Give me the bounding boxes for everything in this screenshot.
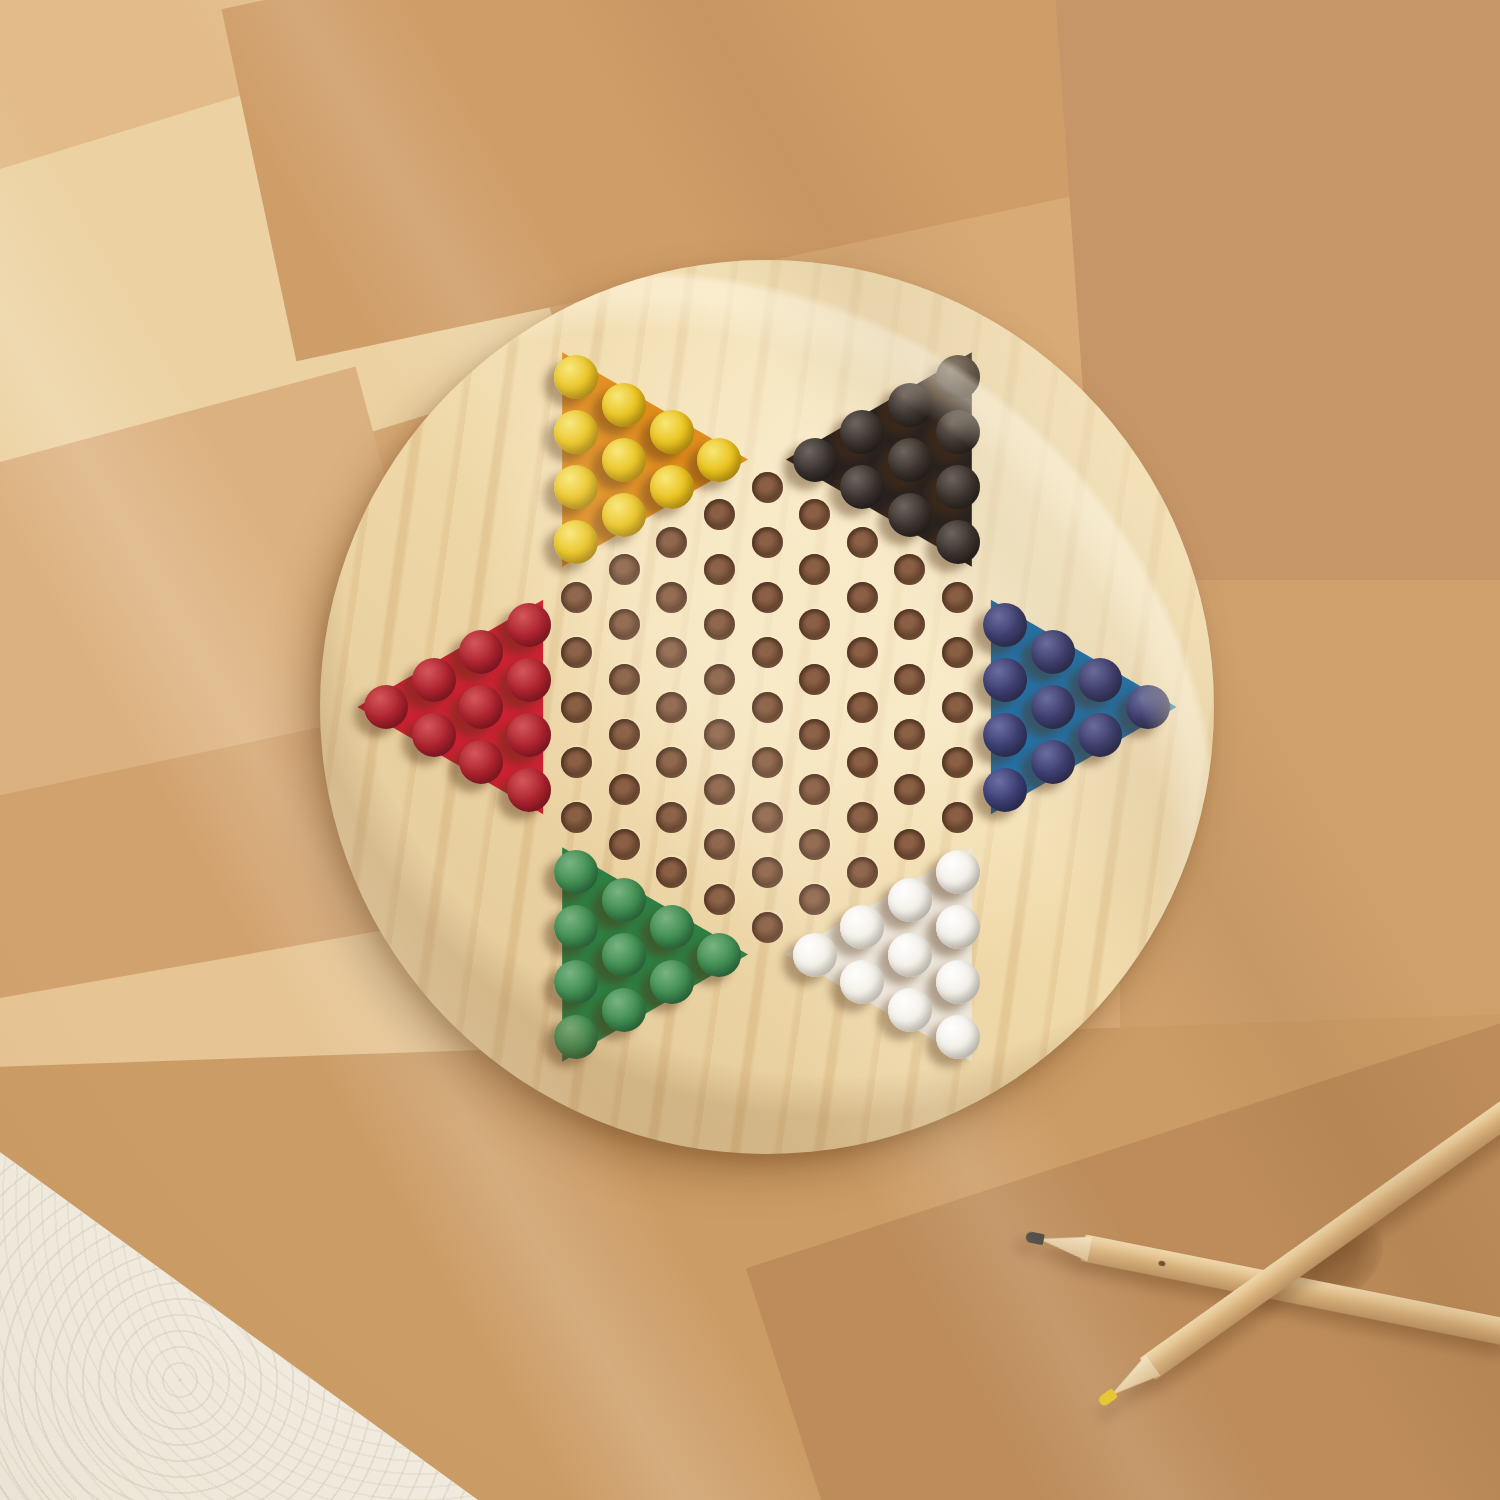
- marble-red[interactable]: [507, 713, 551, 757]
- marble-yellow[interactable]: [602, 383, 646, 427]
- marble-black[interactable]: [936, 520, 980, 564]
- marble-red[interactable]: [459, 685, 503, 729]
- marble-white[interactable]: [936, 1015, 980, 1059]
- marble-white[interactable]: [936, 960, 980, 1004]
- marble-black[interactable]: [888, 383, 932, 427]
- board-hole[interactable]: [609, 719, 640, 750]
- game-board: [320, 260, 1214, 1154]
- board-hole[interactable]: [609, 609, 640, 640]
- marble-black[interactable]: [793, 438, 837, 482]
- marble-black[interactable]: [888, 493, 932, 537]
- board-hole[interactable]: [799, 829, 830, 860]
- board-hole[interactable]: [704, 554, 735, 585]
- marble-blue[interactable]: [983, 603, 1027, 647]
- marble-red[interactable]: [459, 630, 503, 674]
- marble-red[interactable]: [459, 740, 503, 784]
- marble-yellow[interactable]: [602, 438, 646, 482]
- board-hole[interactable]: [799, 554, 830, 585]
- marble-yellow[interactable]: [650, 465, 694, 509]
- marble-black[interactable]: [936, 465, 980, 509]
- board-hole[interactable]: [942, 747, 973, 778]
- marble-red[interactable]: [507, 603, 551, 647]
- board-hole[interactable]: [609, 829, 640, 860]
- board-hole[interactable]: [704, 719, 735, 750]
- board-hole[interactable]: [752, 472, 783, 503]
- board-hole[interactable]: [656, 692, 687, 723]
- board-hole[interactable]: [799, 609, 830, 640]
- board-hole[interactable]: [704, 664, 735, 695]
- board-hole[interactable]: [704, 829, 735, 860]
- board-hole[interactable]: [847, 692, 878, 723]
- marble-green[interactable]: [602, 988, 646, 1032]
- marble-white[interactable]: [793, 933, 837, 977]
- marble-red[interactable]: [507, 768, 551, 812]
- marble-blue[interactable]: [983, 658, 1027, 702]
- marble-black[interactable]: [840, 410, 884, 454]
- marble-white[interactable]: [888, 933, 932, 977]
- board-hole[interactable]: [656, 857, 687, 888]
- board-hole[interactable]: [942, 692, 973, 723]
- marble-green[interactable]: [697, 933, 741, 977]
- marble-yellow[interactable]: [697, 438, 741, 482]
- marble-blue[interactable]: [983, 713, 1027, 757]
- board-hole[interactable]: [752, 582, 783, 613]
- marble-green[interactable]: [602, 878, 646, 922]
- board-hole[interactable]: [942, 637, 973, 668]
- board-hole[interactable]: [942, 582, 973, 613]
- board-hole[interactable]: [656, 527, 687, 558]
- board-hole[interactable]: [799, 664, 830, 695]
- marble-blue[interactable]: [1031, 740, 1075, 784]
- board-hole[interactable]: [609, 774, 640, 805]
- marble-red[interactable]: [507, 658, 551, 702]
- marble-white[interactable]: [888, 878, 932, 922]
- board-hole[interactable]: [752, 747, 783, 778]
- board-hole[interactable]: [752, 912, 783, 943]
- marble-red[interactable]: [412, 658, 456, 702]
- board-hole[interactable]: [752, 692, 783, 723]
- board-hole[interactable]: [847, 802, 878, 833]
- marble-white[interactable]: [840, 960, 884, 1004]
- board-hole[interactable]: [752, 802, 783, 833]
- board-hole[interactable]: [656, 582, 687, 613]
- scene: [0, 0, 1500, 1500]
- marble-red[interactable]: [364, 685, 408, 729]
- board-hole[interactable]: [561, 582, 592, 613]
- pencil-graphite-tip: [1025, 1231, 1045, 1245]
- marble-black[interactable]: [840, 465, 884, 509]
- board-hole[interactable]: [847, 637, 878, 668]
- marble-black[interactable]: [936, 410, 980, 454]
- board-hole[interactable]: [561, 747, 592, 778]
- board-hole[interactable]: [609, 664, 640, 695]
- board-hole[interactable]: [847, 582, 878, 613]
- marble-blue[interactable]: [1126, 685, 1170, 729]
- board-hole[interactable]: [704, 499, 735, 530]
- marble-black[interactable]: [888, 438, 932, 482]
- board-hole[interactable]: [799, 774, 830, 805]
- board-hole[interactable]: [799, 499, 830, 530]
- board-hole[interactable]: [799, 884, 830, 915]
- marble-green[interactable]: [650, 905, 694, 949]
- board-hole[interactable]: [752, 857, 783, 888]
- marble-yellow[interactable]: [602, 493, 646, 537]
- marble-blue[interactable]: [983, 768, 1027, 812]
- marble-blue[interactable]: [1078, 713, 1122, 757]
- board-hole[interactable]: [704, 609, 735, 640]
- board-hole[interactable]: [656, 802, 687, 833]
- board-hole[interactable]: [942, 802, 973, 833]
- board-hole[interactable]: [752, 527, 783, 558]
- marble-red[interactable]: [412, 713, 456, 757]
- marble-white[interactable]: [936, 905, 980, 949]
- board-hole[interactable]: [704, 774, 735, 805]
- marble-green[interactable]: [650, 960, 694, 1004]
- marble-white[interactable]: [840, 905, 884, 949]
- board-hole[interactable]: [656, 747, 687, 778]
- board-hole[interactable]: [609, 554, 640, 585]
- marble-white[interactable]: [936, 850, 980, 894]
- marble-green[interactable]: [602, 933, 646, 977]
- board-hole[interactable]: [561, 692, 592, 723]
- board-hole[interactable]: [656, 637, 687, 668]
- board-hole[interactable]: [752, 637, 783, 668]
- marble-blue[interactable]: [1031, 685, 1075, 729]
- board-hole[interactable]: [847, 747, 878, 778]
- marble-black[interactable]: [936, 355, 980, 399]
- board-hole[interactable]: [561, 637, 592, 668]
- marble-blue[interactable]: [1031, 630, 1075, 674]
- marble-white[interactable]: [888, 988, 932, 1032]
- marble-yellow[interactable]: [650, 410, 694, 454]
- marble-blue[interactable]: [1078, 658, 1122, 702]
- board-hole[interactable]: [847, 527, 878, 558]
- board-hole[interactable]: [704, 884, 735, 915]
- board-hole[interactable]: [799, 719, 830, 750]
- board-hole[interactable]: [561, 802, 592, 833]
- board-hole[interactable]: [847, 857, 878, 888]
